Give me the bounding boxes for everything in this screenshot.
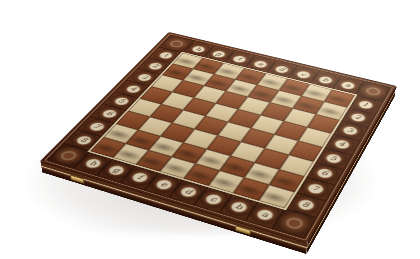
- product-photo: hh11gg22ff33ee44dd55cc66bb77aa88 ♜♞♝♚♛♝♞…: [0, 0, 420, 259]
- chess-board: hh11gg22ff33ee44dd55cc66bb77aa88 ♜♞♝♚♛♝♞…: [41, 33, 396, 243]
- coordinate-rank-medallion: 7: [304, 182, 325, 196]
- coordinate-rank-medallion: 8: [295, 198, 317, 212]
- coordinate-file-medallion: h: [83, 157, 105, 170]
- coordinate-file-medallion: d: [178, 185, 200, 199]
- brass-latch-icon: [235, 225, 251, 235]
- coordinate-file-medallion: c: [203, 192, 225, 206]
- coordinate-file-medallion: b: [228, 200, 250, 215]
- scene-3d: hh11gg22ff33ee44dd55cc66bb77aa88 ♜♞♝♚♛♝♞…: [0, 0, 420, 259]
- coordinate-rank-medallion: 3: [340, 125, 359, 137]
- coordinate-rank-medallion: 4: [332, 138, 352, 150]
- brass-latch-icon: [70, 175, 84, 184]
- black-rook-glyph: ♜: [250, 151, 302, 201]
- coordinate-file-medallion: e: [153, 178, 175, 192]
- coordinate-file-medallion: a: [254, 207, 276, 222]
- coordinate-file-medallion: f: [129, 170, 151, 183]
- coordinate-rank-medallion: 6: [314, 167, 335, 180]
- board-top-face: hh11gg22ff33ee44dd55cc66bb77aa88 ♜♞♝♚♛♝♞…: [41, 33, 396, 243]
- coordinate-rank-medallion: 5: [323, 152, 343, 165]
- coordinate-file-medallion: g: [106, 164, 128, 177]
